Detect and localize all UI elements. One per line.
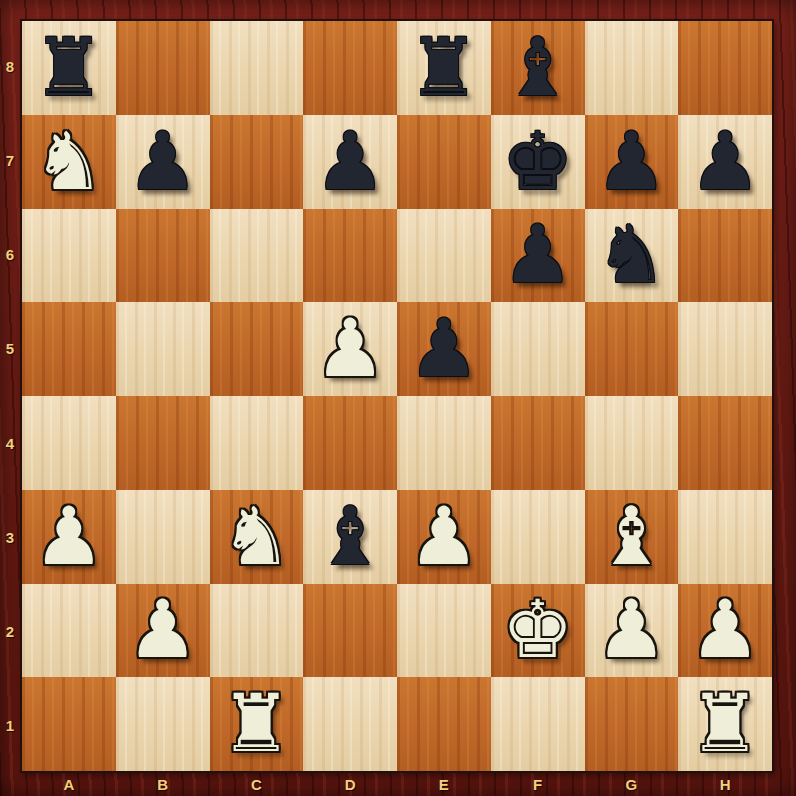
square-b6[interactable] [116, 209, 210, 303]
piece-black-bishop[interactable]: ♝ [502, 21, 574, 115]
rank-label-5: 5 [0, 302, 20, 396]
piece-black-bishop[interactable]: ♝ [314, 490, 386, 584]
square-c6[interactable] [210, 209, 304, 303]
square-b8[interactable] [116, 21, 210, 115]
piece-white-pawn[interactable]: ♟ [314, 302, 386, 396]
square-f8[interactable]: ♝ [491, 21, 585, 115]
square-b2[interactable]: ♟ [116, 584, 210, 678]
square-a7[interactable]: ♞ [22, 115, 116, 209]
piece-black-rook[interactable]: ♜ [408, 21, 480, 115]
square-c8[interactable] [210, 21, 304, 115]
square-e2[interactable] [397, 584, 491, 678]
square-g1[interactable] [585, 677, 679, 771]
rank-label-7: 7 [0, 113, 20, 207]
piece-white-pawn[interactable]: ♟ [689, 584, 761, 678]
square-d6[interactable] [303, 209, 397, 303]
square-f6[interactable]: ♟ [491, 209, 585, 303]
board: ♜♜♝♞♟♟♚♟♟♟♞♟♟♟♞♝♟♝♟♚♟♟♜♜ [20, 19, 774, 773]
file-label-g: G [585, 773, 679, 796]
square-b4[interactable] [116, 396, 210, 490]
square-e7[interactable] [397, 115, 491, 209]
square-e6[interactable] [397, 209, 491, 303]
piece-white-rook[interactable]: ♜ [221, 677, 293, 771]
rank-label-3: 3 [0, 490, 20, 584]
square-c5[interactable] [210, 302, 304, 396]
piece-white-king[interactable]: ♚ [502, 584, 574, 678]
rank-label-6: 6 [0, 208, 20, 302]
square-d2[interactable] [303, 584, 397, 678]
rank-label-1: 1 [0, 679, 20, 773]
square-d4[interactable] [303, 396, 397, 490]
square-a8[interactable]: ♜ [22, 21, 116, 115]
rank-label-2: 2 [0, 585, 20, 679]
chessboard-frame: 87654321 ♜♜♝♞♟♟♚♟♟♟♞♟♟♟♞♝♟♝♟♚♟♟♜♜ ABCDEF… [0, 0, 796, 796]
square-a4[interactable] [22, 396, 116, 490]
piece-black-pawn[interactable]: ♟ [127, 115, 199, 209]
square-d5[interactable]: ♟ [303, 302, 397, 396]
file-labels: ABCDEFGH [22, 773, 772, 796]
square-f2[interactable]: ♚ [491, 584, 585, 678]
square-a2[interactable] [22, 584, 116, 678]
file-label-f: F [491, 773, 585, 796]
square-c3[interactable]: ♞ [210, 490, 304, 584]
square-g2[interactable]: ♟ [585, 584, 679, 678]
square-f7[interactable]: ♚ [491, 115, 585, 209]
square-g6[interactable]: ♞ [585, 209, 679, 303]
square-h8[interactable] [678, 21, 772, 115]
piece-black-pawn[interactable]: ♟ [502, 209, 574, 303]
piece-black-pawn[interactable]: ♟ [314, 115, 386, 209]
square-c2[interactable] [210, 584, 304, 678]
piece-white-pawn[interactable]: ♟ [127, 584, 199, 678]
piece-white-bishop[interactable]: ♝ [596, 490, 668, 584]
piece-white-pawn[interactable]: ♟ [33, 490, 105, 584]
square-g5[interactable] [585, 302, 679, 396]
piece-white-knight[interactable]: ♞ [221, 490, 293, 584]
square-b3[interactable] [116, 490, 210, 584]
square-d1[interactable] [303, 677, 397, 771]
file-label-a: A [22, 773, 116, 796]
square-e3[interactable]: ♟ [397, 490, 491, 584]
square-h7[interactable]: ♟ [678, 115, 772, 209]
square-c1[interactable]: ♜ [210, 677, 304, 771]
rank-labels: 87654321 [0, 19, 20, 773]
square-g7[interactable]: ♟ [585, 115, 679, 209]
square-f3[interactable] [491, 490, 585, 584]
square-g4[interactable] [585, 396, 679, 490]
square-g3[interactable]: ♝ [585, 490, 679, 584]
file-label-d: D [303, 773, 397, 796]
square-f4[interactable] [491, 396, 585, 490]
file-label-b: B [116, 773, 210, 796]
square-b7[interactable]: ♟ [116, 115, 210, 209]
piece-black-knight[interactable]: ♞ [596, 209, 668, 303]
square-a5[interactable] [22, 302, 116, 396]
square-h3[interactable] [678, 490, 772, 584]
square-a3[interactable]: ♟ [22, 490, 116, 584]
square-b1[interactable] [116, 677, 210, 771]
square-e5[interactable]: ♟ [397, 302, 491, 396]
rank-label-4: 4 [0, 396, 20, 490]
square-h4[interactable] [678, 396, 772, 490]
square-e4[interactable] [397, 396, 491, 490]
piece-white-pawn[interactable]: ♟ [408, 490, 480, 584]
square-c4[interactable] [210, 396, 304, 490]
square-e1[interactable] [397, 677, 491, 771]
square-e8[interactable]: ♜ [397, 21, 491, 115]
piece-white-pawn[interactable]: ♟ [596, 584, 668, 678]
square-f5[interactable] [491, 302, 585, 396]
square-h5[interactable] [678, 302, 772, 396]
piece-black-pawn[interactable]: ♟ [689, 115, 761, 209]
piece-white-knight[interactable]: ♞ [33, 115, 105, 209]
square-c7[interactable] [210, 115, 304, 209]
square-d7[interactable]: ♟ [303, 115, 397, 209]
square-b5[interactable] [116, 302, 210, 396]
square-f1[interactable] [491, 677, 585, 771]
square-d3[interactable]: ♝ [303, 490, 397, 584]
square-a1[interactable] [22, 677, 116, 771]
square-h2[interactable]: ♟ [678, 584, 772, 678]
square-g8[interactable] [585, 21, 679, 115]
piece-black-rook[interactable]: ♜ [33, 21, 105, 115]
square-h1[interactable]: ♜ [678, 677, 772, 771]
square-h6[interactable] [678, 209, 772, 303]
rank-label-8: 8 [0, 19, 20, 113]
piece-black-pawn[interactable]: ♟ [408, 302, 480, 396]
piece-black-pawn[interactable]: ♟ [596, 115, 668, 209]
square-a6[interactable] [22, 209, 116, 303]
piece-black-king[interactable]: ♚ [502, 115, 574, 209]
file-label-e: E [397, 773, 491, 796]
piece-white-rook[interactable]: ♜ [689, 677, 761, 771]
file-label-c: C [210, 773, 304, 796]
file-label-h: H [678, 773, 772, 796]
square-d8[interactable] [303, 21, 397, 115]
